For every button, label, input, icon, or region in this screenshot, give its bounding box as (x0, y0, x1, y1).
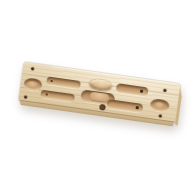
pocket-top-center (89, 78, 112, 91)
pocket-center-jug-bump (89, 91, 109, 102)
pocket-right-kidney (149, 98, 169, 112)
screw-top-right (163, 88, 166, 91)
screw-top-left (31, 67, 34, 70)
pocket-left-kidney-bump (27, 80, 38, 88)
hangboard (18, 62, 180, 127)
pocket-left-kidney (23, 77, 42, 91)
screw-in-slot-upper-right (140, 90, 143, 93)
slot-upper-left (46, 76, 80, 89)
slot-lower-left (40, 89, 75, 102)
product-photo-canvas (0, 0, 192, 192)
pocket-right-kidney-bump (154, 101, 166, 110)
screw-bottom-right (159, 114, 162, 117)
screw-in-slot-lower-right (136, 106, 139, 109)
screw-bottom-left (24, 95, 27, 98)
hole-center-round (99, 104, 107, 112)
